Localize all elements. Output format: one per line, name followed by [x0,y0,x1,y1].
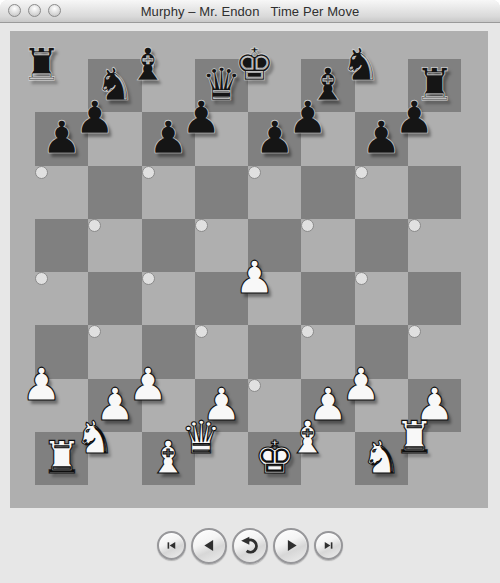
white-pawn[interactable]: ♟ [341,362,381,407]
step-forward-button[interactable] [273,528,309,564]
black-knight[interactable]: ♞ [341,42,381,87]
white-bishop[interactable]: ♝ [288,415,328,460]
square-f6[interactable] [301,166,354,219]
white-rook[interactable]: ♜ [394,415,434,460]
square-f7[interactable]: ♟ [301,112,314,125]
square-e6[interactable] [248,166,261,179]
go-to-end-button[interactable] [314,531,343,560]
square-c5[interactable] [142,219,195,272]
step-back-icon [200,536,219,555]
square-g2[interactable]: ♟ [355,379,368,392]
black-rook[interactable]: ♜ [21,42,61,87]
black-pawn[interactable]: ♟ [394,95,434,140]
move-navigation-controls [0,508,500,583]
square-f5[interactable] [301,219,314,232]
square-a6[interactable] [35,166,48,179]
title-bar: Murphy – Mr. Endon Time Per Move [0,0,500,23]
skip-to-end-icon [321,538,336,553]
step-forward-icon [282,536,301,555]
square-b1[interactable]: ♞ [88,432,101,445]
zoom-button[interactable] [48,4,61,17]
square-h1[interactable]: ♜ [408,432,421,445]
white-pawn[interactable]: ♟ [234,255,274,300]
close-button[interactable] [8,4,21,17]
square-h7[interactable]: ♟ [408,112,421,125]
square-d1[interactable]: ♛ [195,432,208,445]
square-c6[interactable] [142,166,155,179]
square-f1[interactable]: ♝ [301,432,314,445]
square-g5[interactable] [355,219,408,272]
traffic-lights [8,4,61,17]
white-pawn[interactable]: ♟ [21,362,61,407]
square-d7[interactable]: ♟ [195,112,208,125]
chess-board: ♜♞♝♛♚♝♞♜♟♟♟♟♟♟♟♟♟♟♟♟♟♟♟♟♜♞♝♛♚♝♞♜ [35,59,461,485]
square-a5[interactable] [35,219,88,272]
square-h5[interactable] [408,219,421,232]
square-b3[interactable] [88,325,101,338]
square-e8[interactable]: ♚ [248,59,261,72]
black-pawn[interactable]: ♟ [181,95,221,140]
square-b6[interactable] [88,166,141,219]
skip-to-start-icon [164,538,179,553]
square-d5[interactable] [195,219,208,232]
square-b5[interactable] [88,219,101,232]
square-b4[interactable] [88,272,141,325]
square-a4[interactable] [35,272,48,285]
square-e4[interactable]: ♟ [248,272,261,285]
chess-app-window: Murphy – Mr. Endon Time Per Move ♜♞♝♛♚♝♞… [0,0,500,583]
square-g8[interactable]: ♞ [355,59,368,72]
go-to-start-button[interactable] [157,531,186,560]
black-bishop[interactable]: ♝ [128,42,168,87]
square-h6[interactable] [408,166,461,219]
square-e3[interactable] [248,325,301,378]
black-pawn[interactable]: ♟ [75,95,115,140]
square-e2[interactable] [248,379,261,392]
square-f4[interactable] [301,272,354,325]
square-c4[interactable] [142,272,155,285]
square-c8[interactable]: ♝ [142,59,155,72]
white-knight[interactable]: ♞ [75,415,115,460]
square-g6[interactable] [355,166,368,179]
square-c2[interactable]: ♟ [142,379,155,392]
square-a8[interactable]: ♜ [35,59,48,72]
black-pawn[interactable]: ♟ [288,95,328,140]
square-h4[interactable] [408,272,461,325]
window-title: Murphy – Mr. Endon Time Per Move [141,4,360,19]
undo-icon [239,535,261,557]
white-pawn[interactable]: ♟ [128,362,168,407]
square-g4[interactable] [355,272,368,285]
square-d6[interactable] [195,166,248,219]
square-d3[interactable] [195,325,208,338]
minimize-button[interactable] [28,4,41,17]
square-b7[interactable]: ♟ [88,112,101,125]
take-back-button[interactable] [232,528,268,564]
black-king[interactable]: ♚ [234,42,274,87]
step-back-button[interactable] [191,528,227,564]
white-queen[interactable]: ♛ [181,415,221,460]
square-h3[interactable] [408,325,421,338]
square-a2[interactable]: ♟ [35,379,48,392]
square-f3[interactable] [301,325,314,338]
board-frame: ♜♞♝♛♚♝♞♜♟♟♟♟♟♟♟♟♟♟♟♟♟♟♟♟♜♞♝♛♚♝♞♜ [10,31,488,508]
